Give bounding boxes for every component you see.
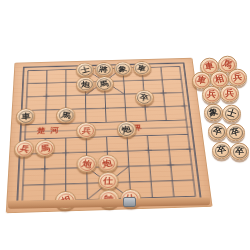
board-piece-black-車[interactable]: 車	[132, 61, 151, 76]
board-piece-black-卒[interactable]: 卒	[134, 90, 154, 106]
board-piece-black-士[interactable]: 士	[76, 62, 95, 77]
board-piece-red-馬[interactable]: 馬	[35, 139, 55, 156]
board-piece-red-炮[interactable]: 炮	[97, 154, 118, 172]
board-piece-red-兵[interactable]: 兵	[76, 122, 96, 139]
captured-piece-black-卒[interactable]: 卒	[226, 124, 245, 141]
captured-piece-black-卒[interactable]: 卒	[208, 123, 227, 140]
captured-black-pieces-tray: 象士卒卒卒卒	[201, 103, 250, 165]
board-piece-red-炮[interactable]: 炮	[77, 155, 97, 173]
board-piece-red-仕[interactable]: 仕	[98, 172, 119, 190]
board-piece-black-馬[interactable]: 馬	[95, 76, 114, 91]
captured-piece-black-象[interactable]: 象	[204, 104, 223, 121]
captured-piece-red-兵[interactable]: 兵	[220, 85, 239, 102]
board-piece-black-將[interactable]: 將	[95, 62, 114, 77]
captured-red-pieces-tray: 車馬車相兵兵兵	[190, 54, 250, 106]
xiangqi-board: 楚河 漢界 士將象車炮馬卒車馬炮兵兵馬炮炮仕相帥仕	[6, 58, 213, 213]
board-piece-black-炮[interactable]: 炮	[117, 121, 137, 138]
metal-clasp-icon	[123, 197, 136, 207]
board-piece-black-象[interactable]: 象	[114, 61, 133, 76]
product-photo-canvas: 楚河 漢界 士將象車炮馬卒車馬炮兵兵馬炮炮仕相帥仕 車馬車相兵兵兵 象士卒卒卒卒	[0, 0, 250, 250]
board-piece-black-馬[interactable]: 馬	[56, 107, 75, 123]
board-piece-black-車[interactable]: 車	[16, 108, 36, 124]
captured-piece-red-兵[interactable]: 兵	[202, 86, 221, 103]
board-piece-red-兵[interactable]: 兵	[14, 140, 35, 157]
captured-piece-black-卒[interactable]: 卒	[230, 143, 249, 160]
captured-piece-red-兵[interactable]: 兵	[228, 69, 247, 86]
river-label-left: 楚河	[37, 125, 63, 136]
captured-piece-black-卒[interactable]: 卒	[212, 142, 231, 159]
captured-piece-black-士[interactable]: 士	[222, 105, 241, 122]
board-piece-black-炮[interactable]: 炮	[76, 77, 95, 92]
